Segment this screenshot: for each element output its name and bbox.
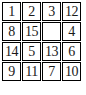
tile-5[interactable]: 5 xyxy=(22,42,41,61)
tile-12[interactable]: 12 xyxy=(62,2,81,21)
fifteen-puzzle-diagram: 123128154145136911710 xyxy=(0,0,86,95)
tile-14[interactable]: 14 xyxy=(2,42,21,61)
tile-6[interactable]: 6 xyxy=(62,42,81,61)
tile-10[interactable]: 10 xyxy=(62,62,81,81)
tile-3[interactable]: 3 xyxy=(42,2,61,21)
tile-15[interactable]: 15 xyxy=(22,22,41,41)
tile-9[interactable]: 9 xyxy=(2,62,21,81)
tile-8[interactable]: 8 xyxy=(2,22,21,41)
tile-7[interactable]: 7 xyxy=(42,62,61,81)
tile-11[interactable]: 11 xyxy=(22,62,41,81)
empty-cell xyxy=(42,22,61,41)
tile-2[interactable]: 2 xyxy=(22,2,41,21)
tile-13[interactable]: 13 xyxy=(42,42,61,61)
tile-1[interactable]: 1 xyxy=(2,2,21,21)
puzzle-board: 123128154145136911710 xyxy=(2,2,81,81)
tile-4[interactable]: 4 xyxy=(62,22,81,41)
